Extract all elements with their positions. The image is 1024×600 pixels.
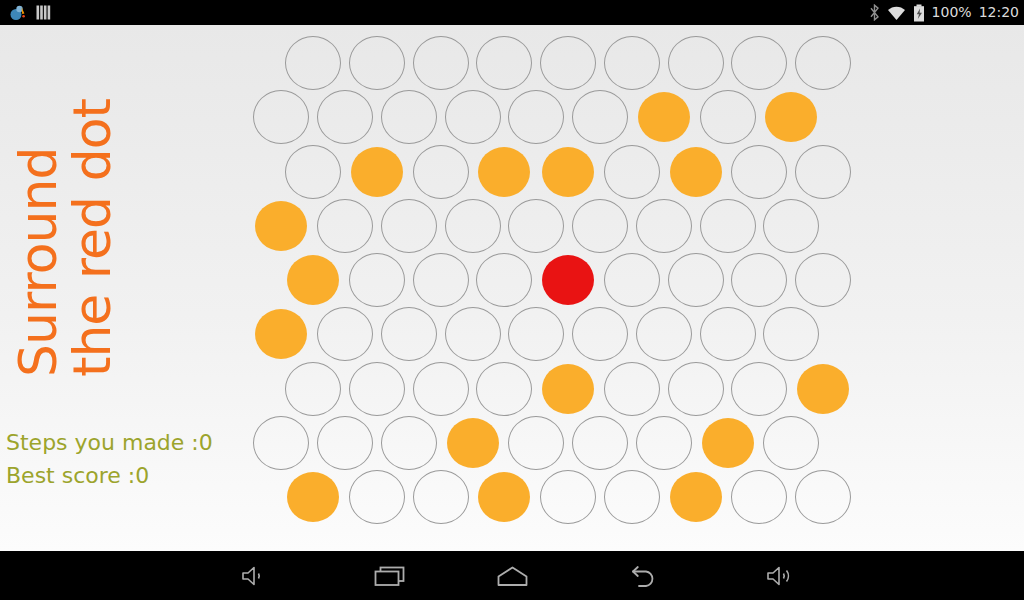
- board-cell-empty[interactable]: [572, 90, 628, 144]
- navigation-bar: [0, 551, 1024, 600]
- board-cell-empty[interactable]: [413, 145, 469, 199]
- board-cell-orange-dot: [255, 309, 307, 359]
- board-cell-empty[interactable]: [636, 307, 692, 361]
- board-cell-empty[interactable]: [317, 90, 373, 144]
- board-cell-empty[interactable]: [285, 362, 341, 416]
- back-button[interactable]: [611, 551, 671, 600]
- board-cell-empty[interactable]: [508, 416, 564, 470]
- board-cell-empty[interactable]: [700, 307, 756, 361]
- game-screen: Surround the red dot Steps you made :0 B…: [0, 25, 1024, 551]
- board-cell-orange-dot: [478, 147, 530, 197]
- board-cell-empty[interactable]: [572, 416, 628, 470]
- board-cell-empty[interactable]: [381, 199, 437, 253]
- board-cell-empty[interactable]: [349, 362, 405, 416]
- status-bar: 100% 12:20: [0, 0, 1024, 25]
- board-cell-empty[interactable]: [285, 145, 341, 199]
- board-cell-orange-dot: [351, 147, 403, 197]
- board-cell-empty[interactable]: [445, 90, 501, 144]
- game-board: [0, 25, 1024, 551]
- board-cell-orange-dot: [797, 364, 849, 414]
- board-cell-empty[interactable]: [700, 90, 756, 144]
- board-cell-empty[interactable]: [604, 145, 660, 199]
- board-cell-orange-dot: [670, 147, 722, 197]
- board-cell-orange-dot: [670, 472, 722, 522]
- board-cell-orange-dot: [287, 472, 339, 522]
- board-cell-orange-dot: [765, 92, 817, 142]
- board-cell-empty[interactable]: [413, 470, 469, 524]
- board-cell-empty[interactable]: [476, 36, 532, 90]
- board-cell-empty[interactable]: [604, 253, 660, 307]
- board-cell-orange-dot: [542, 147, 594, 197]
- volume-down-icon: [240, 564, 267, 588]
- board-cell-empty[interactable]: [668, 253, 724, 307]
- board-cell-empty[interactable]: [413, 362, 469, 416]
- board-cell-empty[interactable]: [604, 470, 660, 524]
- recent-apps-button[interactable]: [359, 551, 419, 600]
- board-cell-empty[interactable]: [317, 307, 373, 361]
- board-cell-empty[interactable]: [636, 416, 692, 470]
- board-cell-empty[interactable]: [445, 199, 501, 253]
- board-cell-empty[interactable]: [763, 416, 819, 470]
- board-cell-empty[interactable]: [795, 145, 851, 199]
- board-cell-orange-dot: [287, 255, 339, 305]
- clock-text: 12:20: [979, 0, 1019, 25]
- board-cell-empty[interactable]: [540, 36, 596, 90]
- board-cell-empty[interactable]: [508, 307, 564, 361]
- recent-apps-icon: [372, 565, 407, 587]
- board-cell-empty[interactable]: [795, 470, 851, 524]
- board-cell-empty[interactable]: [604, 362, 660, 416]
- board-cell-red-dot: [542, 255, 594, 305]
- board-cell-empty[interactable]: [253, 90, 309, 144]
- board-cell-orange-dot: [638, 92, 690, 142]
- board-cell-empty[interactable]: [349, 36, 405, 90]
- board-cell-empty[interactable]: [668, 362, 724, 416]
- board-cell-empty[interactable]: [381, 416, 437, 470]
- volume-up-icon: [765, 564, 795, 588]
- board-cell-empty[interactable]: [476, 253, 532, 307]
- battery-percent-text: 100%: [932, 0, 972, 25]
- board-cell-empty[interactable]: [253, 416, 309, 470]
- board-cell-empty[interactable]: [349, 470, 405, 524]
- board-cell-orange-dot: [702, 418, 754, 468]
- board-cell-empty[interactable]: [636, 199, 692, 253]
- board-cell-empty[interactable]: [795, 36, 851, 90]
- status-bar-notifications: [0, 4, 51, 22]
- status-bar-system: 100% 12:20: [869, 0, 1024, 25]
- board-cell-empty[interactable]: [540, 470, 596, 524]
- home-icon: [494, 565, 531, 587]
- board-cell-empty[interactable]: [317, 199, 373, 253]
- board-cell-empty[interactable]: [572, 199, 628, 253]
- notification-app-icon: [9, 4, 27, 22]
- battery-charging-icon: [913, 4, 925, 22]
- board-cell-orange-dot: [478, 472, 530, 522]
- volume-up-button[interactable]: [750, 551, 810, 600]
- notification-stack-icon: [36, 4, 51, 21]
- board-cell-empty[interactable]: [413, 36, 469, 90]
- back-icon: [624, 564, 658, 588]
- wifi-icon: [887, 5, 906, 21]
- board-cell-empty[interactable]: [572, 307, 628, 361]
- board-cell-empty[interactable]: [381, 307, 437, 361]
- board-cell-empty[interactable]: [731, 362, 787, 416]
- board-cell-empty[interactable]: [763, 307, 819, 361]
- board-cell-empty[interactable]: [604, 36, 660, 90]
- board-cell-empty[interactable]: [285, 36, 341, 90]
- board-cell-orange-dot: [447, 418, 499, 468]
- volume-down-button[interactable]: [223, 551, 283, 600]
- board-cell-empty[interactable]: [731, 253, 787, 307]
- bluetooth-icon: [869, 4, 880, 21]
- board-cell-empty[interactable]: [508, 90, 564, 144]
- board-cell-empty[interactable]: [476, 362, 532, 416]
- board-cell-empty[interactable]: [731, 145, 787, 199]
- board-cell-orange-dot: [542, 364, 594, 414]
- board-cell-orange-dot: [255, 201, 307, 251]
- board-cell-empty[interactable]: [381, 90, 437, 144]
- board-cell-empty[interactable]: [413, 253, 469, 307]
- home-button[interactable]: [482, 551, 542, 600]
- board-cell-empty[interactable]: [731, 470, 787, 524]
- board-cell-empty[interactable]: [668, 36, 724, 90]
- board-cell-empty[interactable]: [445, 307, 501, 361]
- board-cell-empty[interactable]: [508, 199, 564, 253]
- board-cell-empty[interactable]: [700, 199, 756, 253]
- board-cell-empty[interactable]: [731, 36, 787, 90]
- board-cell-empty[interactable]: [349, 253, 405, 307]
- board-cell-empty[interactable]: [317, 416, 373, 470]
- board-cell-empty[interactable]: [763, 199, 819, 253]
- board-cell-empty[interactable]: [795, 253, 851, 307]
